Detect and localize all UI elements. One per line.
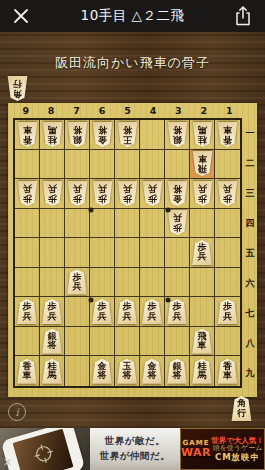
shogi-piece-gote: 香車 (217, 122, 238, 147)
board-cell-8四 (40, 209, 65, 239)
ad-close-icon[interactable]: ✕ (3, 457, 12, 468)
info-icon[interactable]: i (8, 403, 26, 421)
game-of-war-logo: GAME WAR (181, 440, 211, 458)
file-label: 7 (64, 104, 89, 117)
shogi-piece-sente: 歩兵 (167, 299, 188, 324)
ad-slogan[interactable]: 世界が敵だ。 世界が仲間だ。 (90, 428, 180, 470)
rank-label: 四 (244, 208, 256, 238)
position-caption: 阪田流向かい飛車の骨子 (0, 54, 265, 72)
board-cell-7二 (65, 150, 90, 180)
shogi-piece-gote: 銀将 (67, 122, 88, 147)
board-cell-4六 (140, 268, 165, 298)
board-cell-3六 (165, 268, 190, 298)
board-cell-3五 (165, 238, 190, 268)
shogi-piece-gote: 歩兵 (217, 181, 238, 206)
file-label: 1 (217, 104, 242, 117)
page-title: 10手目 △２二飛 (81, 7, 185, 25)
board-cell-1四 (215, 209, 240, 239)
shogi-piece-sente: 香車 (217, 359, 238, 384)
hoshi-dot (165, 208, 170, 213)
shogi-piece-gote: 歩兵 (42, 181, 63, 206)
board-cell-3一: 銀将 (165, 120, 190, 150)
board-cell-9六 (15, 268, 40, 298)
shogi-piece-gote: 歩兵 (142, 181, 163, 206)
board-cell-8八: 銀将 (40, 327, 65, 357)
board-cell-4八 (140, 327, 165, 357)
board-cell-6六 (90, 268, 115, 298)
close-icon[interactable] (11, 6, 31, 26)
board-cell-2三: 歩兵 (190, 179, 215, 209)
shogi-piece-gote: 歩兵 (192, 181, 213, 206)
board-cell-3三: 金将 (165, 179, 190, 209)
board-cell-9五 (15, 238, 40, 268)
shogi-piece-gote: 角行 (7, 76, 28, 101)
board-cell-1六 (215, 268, 240, 298)
board-cell-8二 (40, 150, 65, 180)
shogi-piece-sente: 歩兵 (17, 299, 38, 324)
gote-hand: 角行 (7, 76, 28, 101)
board-cell-1九: 香車 (215, 356, 240, 386)
file-label: 3 (166, 104, 191, 117)
board-cell-1五 (215, 238, 240, 268)
rank-label: 八 (244, 328, 256, 358)
ad-image[interactable]: ✕ (0, 428, 90, 470)
board-cell-8七: 歩兵 (40, 297, 65, 327)
rank-label: 九 (244, 358, 256, 388)
ad-promo-panel[interactable]: GAME WAR 世界で大人気！ 頭を使うゲーム CM放映中 (180, 428, 265, 470)
board-cell-7七 (65, 297, 90, 327)
board-cell-5二 (115, 150, 140, 180)
board-cell-5八 (115, 327, 140, 357)
shogi-piece-gote: 歩兵 (117, 181, 138, 206)
file-label: 5 (115, 104, 140, 117)
board-cell-5四 (115, 209, 140, 239)
shogi-piece-sente: 玉将 (117, 359, 138, 384)
hoshi-dot (89, 298, 94, 303)
shogi-piece-sente: 銀将 (42, 329, 63, 354)
board-cell-2七 (190, 297, 215, 327)
shogi-piece-gote: 歩兵 (17, 181, 38, 206)
board-cell-4二 (140, 150, 165, 180)
phone-graphic (1, 428, 86, 470)
hoshi-dot (165, 298, 170, 303)
board-cell-6八 (90, 327, 115, 357)
board-cell-5三: 歩兵 (115, 179, 140, 209)
board-cell-6五 (90, 238, 115, 268)
board-cell-4三: 歩兵 (140, 179, 165, 209)
board-cell-2六 (190, 268, 215, 298)
phone-screen (12, 429, 73, 470)
rank-label: 七 (244, 298, 256, 328)
board-cell-4九: 金将 (140, 356, 165, 386)
board-cell-5六 (115, 268, 140, 298)
board-cell-1一: 香車 (215, 120, 240, 150)
file-label: 8 (38, 104, 63, 117)
board-cell-8六 (40, 268, 65, 298)
board-cell-6七: 歩兵 (90, 297, 115, 327)
shogi-piece-sente: 金将 (142, 359, 163, 384)
shogi-piece-gote: 金将 (167, 181, 188, 206)
board-cell-2九: 桂馬 (190, 356, 215, 386)
file-label: 2 (191, 104, 216, 117)
shogi-piece-sente: 歩兵 (117, 299, 138, 324)
board-cell-9九: 香車 (15, 356, 40, 386)
shogi-board: 987654321 一二三四五六七八九 香車桂馬銀将金将王将銀将桂馬香車飛車歩兵… (8, 103, 257, 397)
shogi-piece-sente: 香車 (17, 359, 38, 384)
file-labels: 987654321 (13, 104, 242, 117)
board-grid: 香車桂馬銀将金将王将銀将桂馬香車飛車歩兵歩兵歩兵歩兵歩兵歩兵金将歩兵歩兵歩兵歩兵… (13, 118, 242, 388)
board-cell-6二 (90, 150, 115, 180)
board-cell-5九: 玉将 (115, 356, 140, 386)
ad-slogan-line2: 世界が仲間だ。 (100, 450, 170, 463)
board-cell-3二 (165, 150, 190, 180)
board-cell-4七: 歩兵 (140, 297, 165, 327)
shogi-piece-gote: 香車 (17, 122, 38, 147)
shogi-piece-sente: 桂馬 (192, 359, 213, 384)
board-cell-6九: 金将 (90, 356, 115, 386)
shogi-piece-gote: 王将 (117, 122, 138, 147)
board-cell-2五: 歩兵 (190, 238, 215, 268)
board-cell-5一: 王将 (115, 120, 140, 150)
board-cell-8一: 桂馬 (40, 120, 65, 150)
file-label: 6 (89, 104, 114, 117)
share-icon[interactable] (234, 5, 252, 27)
board-cell-9八 (15, 327, 40, 357)
nav-bar: 10手目 △２二飛 (0, 0, 265, 32)
shogi-piece-sente: 歩兵 (42, 299, 63, 324)
rank-label: 六 (244, 268, 256, 298)
sente-hand: 角行 (231, 396, 252, 421)
shogi-piece-gote: 桂馬 (192, 122, 213, 147)
board-cell-9四 (15, 209, 40, 239)
shogi-piece-gote: 歩兵 (67, 181, 88, 206)
board-cell-9三: 歩兵 (15, 179, 40, 209)
shogi-piece-sente: 歩兵 (92, 299, 113, 324)
ad-promo-text: 世界で大人気！ 頭を使うゲーム CM放映中 (211, 437, 264, 462)
board-cell-8三: 歩兵 (40, 179, 65, 209)
board-cell-7八 (65, 327, 90, 357)
shogi-piece-sente: 歩兵 (67, 270, 88, 295)
board-cell-7五 (65, 238, 90, 268)
board-cell-2八: 飛車 (190, 327, 215, 357)
board-cell-4一 (140, 120, 165, 150)
board-cell-6四 (90, 209, 115, 239)
board-cell-8九: 桂馬 (40, 356, 65, 386)
board-cell-5五 (115, 238, 140, 268)
crosshair-icon (30, 440, 57, 467)
file-label: 4 (140, 104, 165, 117)
shogi-piece-gote: 飛車 (192, 151, 213, 176)
file-label: 9 (13, 104, 38, 117)
rank-label: 五 (244, 238, 256, 268)
board-cell-1七: 歩兵 (215, 297, 240, 327)
board-cell-7六: 歩兵 (65, 268, 90, 298)
board-cell-8五 (40, 238, 65, 268)
board-cell-7九 (65, 356, 90, 386)
board-cell-9二 (15, 150, 40, 180)
shogi-piece-sente: 桂馬 (42, 359, 63, 384)
board-cell-7四 (65, 209, 90, 239)
board-cell-6三: 歩兵 (90, 179, 115, 209)
board-cell-7一: 銀将 (65, 120, 90, 150)
board-cell-2一: 桂馬 (190, 120, 215, 150)
board-cell-1八 (215, 327, 240, 357)
board-cell-9七: 歩兵 (15, 297, 40, 327)
board-cell-2二: 飛車 (190, 150, 215, 180)
board-cell-5七: 歩兵 (115, 297, 140, 327)
rank-label: 二 (244, 148, 256, 178)
board-cell-4四 (140, 209, 165, 239)
board-cell-9一: 香車 (15, 120, 40, 150)
board-cell-6一: 金将 (90, 120, 115, 150)
board-cell-4五 (140, 238, 165, 268)
shogi-piece-sente: 銀将 (167, 359, 188, 384)
shogi-piece-sente: 角行 (231, 396, 252, 421)
rank-label: 一 (244, 118, 256, 148)
shogi-piece-gote: 桂馬 (42, 122, 63, 147)
shogi-piece-sente: 金将 (92, 359, 113, 384)
shogi-piece-sente: 歩兵 (142, 299, 163, 324)
shogi-piece-sente: 歩兵 (217, 299, 238, 324)
board-cell-3四: 歩兵 (165, 209, 190, 239)
board-cell-1二 (215, 150, 240, 180)
shogi-piece-gote: 歩兵 (92, 181, 113, 206)
board-cell-2四 (190, 209, 215, 239)
board-cell-3八 (165, 327, 190, 357)
shogi-piece-sente: 歩兵 (192, 240, 213, 265)
rank-label: 三 (244, 178, 256, 208)
board-cell-7三: 歩兵 (65, 179, 90, 209)
ad-slogan-line1: 世界が敵だ。 (105, 435, 165, 448)
board-cell-1三: 歩兵 (215, 179, 240, 209)
ad-banner[interactable]: ✕ 世界が敵だ。 世界が仲間だ。 GAME WAR 世界で大人気！ 頭を使うゲー… (0, 428, 265, 470)
shogi-piece-gote: 金将 (92, 122, 113, 147)
hoshi-dot (89, 208, 94, 213)
shogi-piece-sente: 飛車 (192, 329, 213, 354)
shogi-piece-gote: 歩兵 (167, 210, 188, 235)
rank-labels: 一二三四五六七八九 (244, 118, 256, 388)
board-cell-3九: 銀将 (165, 356, 190, 386)
shogi-piece-gote: 銀将 (167, 122, 188, 147)
